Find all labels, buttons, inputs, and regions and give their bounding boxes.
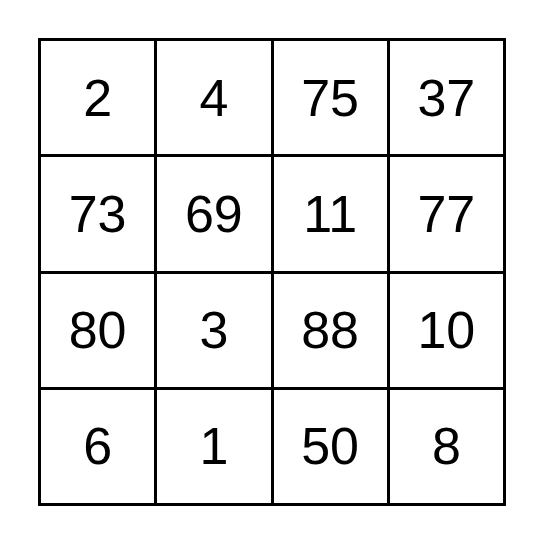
- grid-cell-r1c1: 69: [157, 157, 270, 270]
- grid-cell-r0c3: 37: [390, 41, 503, 154]
- grid-cell-r1c0: 73: [41, 157, 154, 270]
- grid-cell-r3c0: 6: [41, 390, 154, 503]
- grid-cell-r2c0: 80: [41, 274, 154, 387]
- grid-cell-r0c2: 75: [274, 41, 387, 154]
- grid-cell-r0c0: 2: [41, 41, 154, 154]
- grid-cell-r2c2: 88: [274, 274, 387, 387]
- grid-cell-r2c3: 10: [390, 274, 503, 387]
- grid-cell-r3c3: 8: [390, 390, 503, 503]
- grid-cell-r1c3: 77: [390, 157, 503, 270]
- grid-cell-r1c2: 11: [274, 157, 387, 270]
- number-grid-board: 2 4 75 37 73 69 11 77 80 3 88 10 6 1 50 …: [38, 38, 506, 506]
- grid-cell-r3c1: 1: [157, 390, 270, 503]
- grid-cell-r2c1: 3: [157, 274, 270, 387]
- grid-cell-r3c2: 50: [274, 390, 387, 503]
- grid-cell-r0c1: 4: [157, 41, 270, 154]
